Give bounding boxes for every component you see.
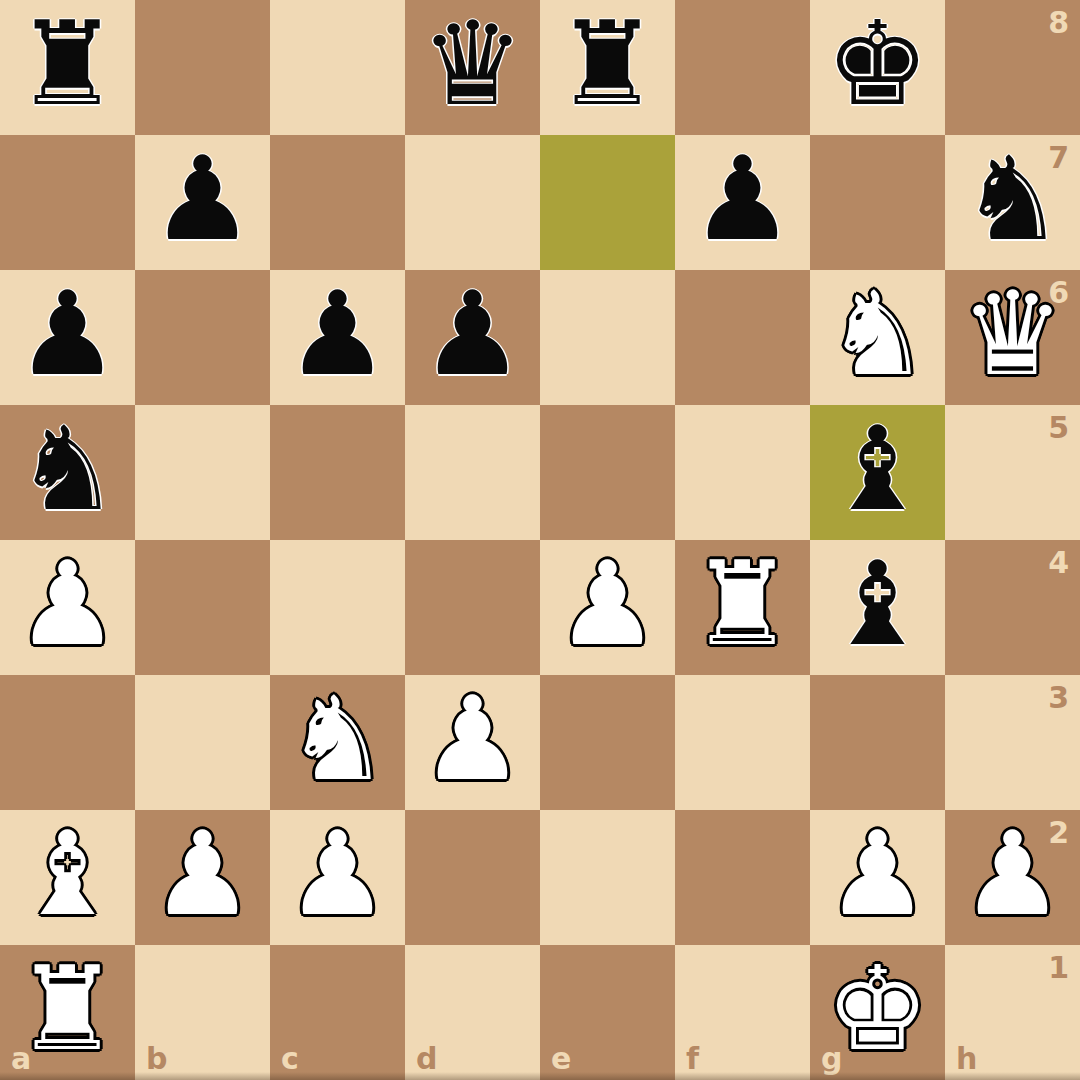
square-d4[interactable] — [405, 540, 540, 675]
rank-label-4: 4 — [1048, 545, 1069, 580]
square-g3[interactable] — [810, 675, 945, 810]
square-h6[interactable]: ♛6 — [945, 270, 1080, 405]
piece-black-pawn-d6[interactable]: ♟ — [421, 266, 525, 401]
piece-white-rook-a1[interactable]: ♜ — [16, 941, 120, 1076]
piece-white-pawn-h2[interactable]: ♟ — [961, 806, 1065, 941]
square-c6[interactable]: ♟ — [270, 270, 405, 405]
square-g7[interactable] — [810, 135, 945, 270]
square-h4[interactable]: 4 — [945, 540, 1080, 675]
square-a4[interactable]: ♟ — [0, 540, 135, 675]
square-c2[interactable]: ♟ — [270, 810, 405, 945]
chess-board: ♜♛♜♚8♟♟♞7♟♟♟♞♛6♞♝5♟♟♜♝4♞♟3♝♟♟♟♟2♜abcdef♚… — [0, 0, 1080, 1080]
square-h2[interactable]: ♟2 — [945, 810, 1080, 945]
square-c1[interactable]: c — [270, 945, 405, 1080]
square-g4[interactable]: ♝ — [810, 540, 945, 675]
square-h8[interactable]: 8 — [945, 0, 1080, 135]
square-f6[interactable] — [675, 270, 810, 405]
square-a6[interactable]: ♟ — [0, 270, 135, 405]
piece-white-knight-g6[interactable]: ♞ — [826, 266, 930, 401]
square-e3[interactable] — [540, 675, 675, 810]
square-f5[interactable] — [675, 405, 810, 540]
square-a5[interactable]: ♞ — [0, 405, 135, 540]
square-b7[interactable]: ♟ — [135, 135, 270, 270]
piece-white-pawn-e4[interactable]: ♟ — [556, 536, 660, 671]
file-label-h: h — [956, 1041, 977, 1076]
piece-white-queen-h6[interactable]: ♛ — [961, 266, 1065, 401]
piece-black-knight-h7[interactable]: ♞ — [961, 131, 1065, 266]
square-f3[interactable] — [675, 675, 810, 810]
square-f8[interactable] — [675, 0, 810, 135]
square-e8[interactable]: ♜ — [540, 0, 675, 135]
square-f1[interactable]: f — [675, 945, 810, 1080]
piece-white-pawn-a4[interactable]: ♟ — [16, 536, 120, 671]
square-d6[interactable]: ♟ — [405, 270, 540, 405]
square-g6[interactable]: ♞ — [810, 270, 945, 405]
square-a8[interactable]: ♜ — [0, 0, 135, 135]
square-b2[interactable]: ♟ — [135, 810, 270, 945]
rank-label-1: 1 — [1048, 950, 1069, 985]
square-c7[interactable] — [270, 135, 405, 270]
piece-black-rook-a8[interactable]: ♜ — [16, 0, 120, 131]
piece-black-king-g8[interactable]: ♚ — [826, 0, 930, 131]
piece-white-king-g1[interactable]: ♚ — [826, 941, 930, 1076]
square-c8[interactable] — [270, 0, 405, 135]
piece-white-pawn-b2[interactable]: ♟ — [151, 806, 255, 941]
square-a7[interactable] — [0, 135, 135, 270]
square-b4[interactable] — [135, 540, 270, 675]
piece-black-pawn-a6[interactable]: ♟ — [16, 266, 120, 401]
square-g1[interactable]: ♚g — [810, 945, 945, 1080]
square-g2[interactable]: ♟ — [810, 810, 945, 945]
piece-white-rook-f4[interactable]: ♜ — [691, 536, 795, 671]
square-f7[interactable]: ♟ — [675, 135, 810, 270]
piece-black-rook-e8[interactable]: ♜ — [556, 0, 660, 131]
square-d3[interactable]: ♟ — [405, 675, 540, 810]
square-e4[interactable]: ♟ — [540, 540, 675, 675]
square-d2[interactable] — [405, 810, 540, 945]
square-e1[interactable]: e — [540, 945, 675, 1080]
square-h5[interactable]: 5 — [945, 405, 1080, 540]
square-g8[interactable]: ♚ — [810, 0, 945, 135]
piece-white-pawn-d3[interactable]: ♟ — [421, 671, 525, 806]
square-h7[interactable]: ♞7 — [945, 135, 1080, 270]
piece-black-bishop-g4[interactable]: ♝ — [826, 536, 930, 671]
rank-label-8: 8 — [1048, 5, 1069, 40]
square-a3[interactable] — [0, 675, 135, 810]
square-b1[interactable]: b — [135, 945, 270, 1080]
rank-label-3: 3 — [1048, 680, 1069, 715]
square-e6[interactable] — [540, 270, 675, 405]
file-label-f: f — [686, 1041, 699, 1076]
square-e2[interactable] — [540, 810, 675, 945]
square-c4[interactable] — [270, 540, 405, 675]
square-h1[interactable]: 1h — [945, 945, 1080, 1080]
square-a2[interactable]: ♝ — [0, 810, 135, 945]
file-label-d: d — [416, 1041, 437, 1076]
square-c3[interactable]: ♞ — [270, 675, 405, 810]
piece-black-pawn-b7[interactable]: ♟ — [151, 131, 255, 266]
piece-black-pawn-f7[interactable]: ♟ — [691, 131, 795, 266]
piece-white-pawn-c2[interactable]: ♟ — [286, 806, 390, 941]
file-label-b: b — [146, 1041, 167, 1076]
square-b3[interactable] — [135, 675, 270, 810]
square-b6[interactable] — [135, 270, 270, 405]
square-a1[interactable]: ♜a — [0, 945, 135, 1080]
square-e7[interactable] — [540, 135, 675, 270]
square-b5[interactable] — [135, 405, 270, 540]
piece-black-queen-d8[interactable]: ♛ — [421, 0, 525, 131]
square-h3[interactable]: 3 — [945, 675, 1080, 810]
piece-black-pawn-c6[interactable]: ♟ — [286, 266, 390, 401]
square-g5[interactable]: ♝ — [810, 405, 945, 540]
square-b8[interactable] — [135, 0, 270, 135]
square-d7[interactable] — [405, 135, 540, 270]
piece-black-knight-a5[interactable]: ♞ — [16, 401, 120, 536]
piece-black-bishop-g5[interactable]: ♝ — [826, 401, 930, 536]
file-label-e: e — [551, 1041, 571, 1076]
square-d1[interactable]: d — [405, 945, 540, 1080]
square-d8[interactable]: ♛ — [405, 0, 540, 135]
square-f4[interactable]: ♜ — [675, 540, 810, 675]
square-d5[interactable] — [405, 405, 540, 540]
square-f2[interactable] — [675, 810, 810, 945]
rank-label-5: 5 — [1048, 410, 1069, 445]
square-e5[interactable] — [540, 405, 675, 540]
piece-white-bishop-a2[interactable]: ♝ — [16, 806, 120, 941]
piece-white-pawn-g2[interactable]: ♟ — [826, 806, 930, 941]
piece-white-knight-c3[interactable]: ♞ — [286, 671, 390, 806]
file-label-c: c — [281, 1041, 299, 1076]
square-c5[interactable] — [270, 405, 405, 540]
chessboard-container: ♜♛♜♚8♟♟♞7♟♟♟♞♛6♞♝5♟♟♜♝4♞♟3♝♟♟♟♟2♜abcdef♚… — [0, 0, 1080, 1080]
